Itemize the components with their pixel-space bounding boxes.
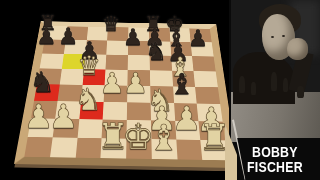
photo-eye bbox=[282, 35, 285, 37]
piece-bP-a7[interactable]: ♟ bbox=[36, 25, 56, 48]
piece-wR-h1[interactable]: ♜ bbox=[198, 120, 230, 156]
caption-line2: FISCHER bbox=[247, 159, 303, 174]
piece-bP-h7[interactable]: ♟ bbox=[188, 27, 208, 50]
fischer-photo bbox=[231, 0, 320, 142]
piece-bQ-d8[interactable]: ♛ bbox=[102, 14, 121, 35]
piece-bP-e7[interactable]: ♟ bbox=[123, 26, 143, 49]
screenshot-root: ♜♛♜♚♟♟♟♟♝♟♟♞♟♛♝♞♟♟♝♞♞♟♟♟♟♟♜♚♝♜ BOBBY FIS… bbox=[0, 0, 320, 180]
photo-chess-piece bbox=[297, 86, 304, 98]
caption-line1: BOBBY bbox=[252, 144, 298, 159]
piece-wP-e4[interactable]: ♟ bbox=[123, 69, 149, 98]
photo-eye bbox=[271, 36, 274, 38]
piece-wP-b2[interactable]: ♟ bbox=[48, 100, 78, 133]
photo-fist bbox=[287, 38, 308, 60]
piece-bP-b7[interactable]: ♟ bbox=[58, 26, 78, 49]
photo-chess-piece bbox=[283, 78, 288, 92]
piece-bN-f6[interactable]: ♞ bbox=[145, 40, 167, 65]
piece-wP-d4[interactable]: ♟ bbox=[99, 68, 125, 97]
photo-chess-piece bbox=[239, 76, 245, 93]
piece-wB-f1[interactable]: ♝ bbox=[148, 119, 180, 155]
photo-panel: BOBBY FISCHER bbox=[229, 0, 320, 180]
photo-chess-piece bbox=[251, 82, 256, 95]
piece-wQ-c5[interactable]: ♛ bbox=[77, 53, 101, 80]
piece-wN-c3[interactable]: ♞ bbox=[75, 84, 103, 115]
piece-bN-a4[interactable]: ♞ bbox=[29, 67, 55, 96]
photo-chess-piece bbox=[271, 72, 277, 91]
